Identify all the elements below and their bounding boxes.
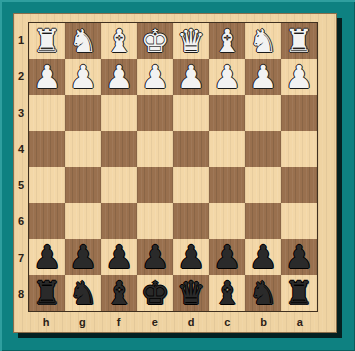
square-h1[interactable]: ♜ [29, 23, 65, 59]
square-f2[interactable]: ♟ [101, 59, 137, 95]
square-g8[interactable]: ♞ [65, 275, 101, 311]
square-g3[interactable] [65, 95, 101, 131]
file-label-c: c [209, 312, 245, 332]
square-h8[interactable]: ♜ [29, 275, 65, 311]
file-label-g: g [64, 312, 100, 332]
white-pawn[interactable]: ♟ [33, 59, 62, 95]
square-g6[interactable] [65, 203, 101, 239]
rank-label-6: 6 [14, 203, 28, 239]
rank-label-4: 4 [14, 131, 28, 167]
square-h4[interactable] [29, 131, 65, 167]
square-f6[interactable] [101, 203, 137, 239]
square-f5[interactable] [101, 167, 137, 203]
white-queen[interactable]: ♛ [177, 23, 206, 59]
square-f8[interactable]: ♝ [101, 275, 137, 311]
square-d8[interactable]: ♛ [173, 275, 209, 311]
white-pawn[interactable]: ♟ [69, 59, 98, 95]
square-c3[interactable] [209, 95, 245, 131]
square-d2[interactable]: ♟ [173, 59, 209, 95]
chess-board: 12345678 ♜♞♝♚♛♝♞♜♟♟♟♟♟♟♟♟♟♟♟♟♟♟♟♟♜♞♝♚♛♝♞… [13, 13, 337, 333]
square-g1[interactable]: ♞ [65, 23, 101, 59]
file-label-h: h [28, 312, 64, 332]
black-pawn[interactable]: ♟ [285, 239, 314, 275]
square-f7[interactable]: ♟ [101, 239, 137, 275]
square-c1[interactable]: ♝ [209, 23, 245, 59]
white-pawn[interactable]: ♟ [213, 59, 242, 95]
square-f4[interactable] [101, 131, 137, 167]
black-pawn[interactable]: ♟ [249, 239, 278, 275]
square-d5[interactable] [173, 167, 209, 203]
white-knight[interactable]: ♞ [249, 23, 278, 59]
square-c2[interactable]: ♟ [209, 59, 245, 95]
square-g7[interactable]: ♟ [65, 239, 101, 275]
square-h5[interactable] [29, 167, 65, 203]
file-label-d: d [173, 312, 209, 332]
white-king[interactable]: ♚ [141, 23, 170, 59]
rank-label-1: 1 [14, 22, 28, 58]
black-pawn[interactable]: ♟ [177, 239, 206, 275]
square-e4[interactable] [137, 131, 173, 167]
rank-labels: 12345678 [14, 22, 28, 312]
white-bishop[interactable]: ♝ [105, 23, 134, 59]
white-bishop[interactable]: ♝ [213, 23, 242, 59]
square-e7[interactable]: ♟ [137, 239, 173, 275]
square-a8[interactable]: ♜ [281, 275, 317, 311]
black-pawn[interactable]: ♟ [105, 239, 134, 275]
black-pawn[interactable]: ♟ [69, 239, 98, 275]
file-label-e: e [137, 312, 173, 332]
black-bishop[interactable]: ♝ [105, 275, 134, 311]
white-pawn[interactable]: ♟ [285, 59, 314, 95]
black-knight[interactable]: ♞ [69, 275, 98, 311]
square-b8[interactable]: ♞ [245, 275, 281, 311]
square-b4[interactable] [245, 131, 281, 167]
rank-label-5: 5 [14, 167, 28, 203]
white-pawn[interactable]: ♟ [249, 59, 278, 95]
square-d1[interactable]: ♛ [173, 23, 209, 59]
square-g4[interactable] [65, 131, 101, 167]
board-grid: ♜♞♝♚♛♝♞♜♟♟♟♟♟♟♟♟♟♟♟♟♟♟♟♟♜♞♝♚♛♝♞♜ [28, 22, 318, 312]
square-a1[interactable]: ♜ [281, 23, 317, 59]
black-king[interactable]: ♚ [141, 275, 170, 311]
square-b5[interactable] [245, 167, 281, 203]
white-rook[interactable]: ♜ [285, 23, 314, 59]
square-c7[interactable]: ♟ [209, 239, 245, 275]
square-d6[interactable] [173, 203, 209, 239]
square-e6[interactable] [137, 203, 173, 239]
black-bishop[interactable]: ♝ [213, 275, 242, 311]
square-f1[interactable]: ♝ [101, 23, 137, 59]
rank-label-7: 7 [14, 240, 28, 276]
rank-label-2: 2 [14, 58, 28, 94]
square-h3[interactable] [29, 95, 65, 131]
square-a7[interactable]: ♟ [281, 239, 317, 275]
square-a2[interactable]: ♟ [281, 59, 317, 95]
square-g5[interactable] [65, 167, 101, 203]
square-d3[interactable] [173, 95, 209, 131]
black-rook[interactable]: ♜ [33, 275, 62, 311]
white-pawn[interactable]: ♟ [105, 59, 134, 95]
square-e3[interactable] [137, 95, 173, 131]
square-a4[interactable] [281, 131, 317, 167]
file-label-a: a [282, 312, 318, 332]
square-c5[interactable] [209, 167, 245, 203]
square-e2[interactable]: ♟ [137, 59, 173, 95]
black-knight[interactable]: ♞ [249, 275, 278, 311]
black-pawn[interactable]: ♟ [213, 239, 242, 275]
black-queen[interactable]: ♛ [177, 275, 206, 311]
square-d4[interactable] [173, 131, 209, 167]
square-b3[interactable] [245, 95, 281, 131]
square-c8[interactable]: ♝ [209, 275, 245, 311]
white-knight[interactable]: ♞ [69, 23, 98, 59]
square-c4[interactable] [209, 131, 245, 167]
black-pawn[interactable]: ♟ [141, 239, 170, 275]
rank-label-8: 8 [14, 276, 28, 312]
black-rook[interactable]: ♜ [285, 275, 314, 311]
white-rook[interactable]: ♜ [33, 23, 62, 59]
square-e1[interactable]: ♚ [137, 23, 173, 59]
square-c6[interactable] [209, 203, 245, 239]
white-pawn[interactable]: ♟ [141, 59, 170, 95]
square-b7[interactable]: ♟ [245, 239, 281, 275]
app-background: 12345678 ♜♞♝♚♛♝♞♜♟♟♟♟♟♟♟♟♟♟♟♟♟♟♟♟♜♞♝♚♛♝♞… [0, 0, 355, 351]
file-label-b: b [246, 312, 282, 332]
white-pawn[interactable]: ♟ [177, 59, 206, 95]
square-e8[interactable]: ♚ [137, 275, 173, 311]
square-b1[interactable]: ♞ [245, 23, 281, 59]
square-e5[interactable] [137, 167, 173, 203]
rank-label-3: 3 [14, 95, 28, 131]
square-b2[interactable]: ♟ [245, 59, 281, 95]
square-d7[interactable]: ♟ [173, 239, 209, 275]
black-pawn[interactable]: ♟ [33, 239, 62, 275]
file-labels: hgfedcba [28, 312, 318, 332]
square-a6[interactable] [281, 203, 317, 239]
square-h6[interactable] [29, 203, 65, 239]
file-label-f: f [101, 312, 137, 332]
square-b6[interactable] [245, 203, 281, 239]
square-h7[interactable]: ♟ [29, 239, 65, 275]
square-h2[interactable]: ♟ [29, 59, 65, 95]
square-a3[interactable] [281, 95, 317, 131]
square-g2[interactable]: ♟ [65, 59, 101, 95]
square-a5[interactable] [281, 167, 317, 203]
square-f3[interactable] [101, 95, 137, 131]
